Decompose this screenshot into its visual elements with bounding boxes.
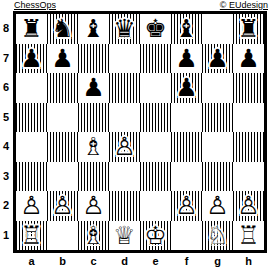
black-pawn-piece: ♟: [20, 44, 42, 73]
square-b1: [47, 221, 78, 251]
square-h2: ♙: [233, 191, 264, 221]
square-f3: [171, 162, 202, 192]
square-a8: ♜: [16, 14, 47, 44]
square-g7: ♟: [202, 44, 233, 74]
square-a4: [16, 132, 47, 162]
square-b6: [47, 73, 78, 103]
file-label-g: g: [202, 255, 233, 267]
square-d5: [109, 103, 140, 133]
chessops-title-link[interactable]: ChessOps: [14, 0, 56, 10]
white-knight-piece: ♘: [206, 221, 228, 250]
square-b2: ♙: [47, 191, 78, 221]
square-g6: [202, 73, 233, 103]
square-a2: ♙: [16, 191, 47, 221]
square-g2: ♙: [202, 191, 233, 221]
square-f8: ♝: [171, 14, 202, 44]
square-b5: [47, 103, 78, 133]
black-pawn-piece: ♟: [51, 44, 73, 73]
square-a1: ♖: [16, 221, 47, 251]
square-c7: [78, 44, 109, 74]
square-g8: [202, 14, 233, 44]
rank-label-4: 4: [0, 132, 12, 162]
rank-label-1: 1: [0, 221, 12, 251]
white-pawn-piece: ♙: [206, 191, 228, 220]
file-label-f: f: [171, 255, 202, 267]
white-rook-piece: ♖: [237, 221, 259, 250]
black-pawn-piece: ♟: [175, 44, 197, 73]
square-c2: ♙: [78, 191, 109, 221]
square-e8: ♚: [140, 14, 171, 44]
square-g4: [202, 132, 233, 162]
chessops-diagram: ChessOps © EUdesign ♜♞♝♛♚♝♜♟♟♟♟♟♟♟♗♙♙♙♙♙…: [0, 0, 270, 270]
square-a6: [16, 73, 47, 103]
file-label-a: a: [16, 255, 47, 267]
black-rook-piece: ♜: [20, 14, 42, 43]
square-h3: [233, 162, 264, 192]
square-e5: [140, 103, 171, 133]
black-knight-piece: ♞: [51, 14, 73, 43]
black-pawn-piece: ♟: [175, 73, 197, 102]
rank-label-2: 2: [0, 191, 12, 221]
file-label-d: d: [109, 255, 140, 267]
white-rook-piece: ♖: [20, 221, 42, 250]
square-g1: ♘: [202, 221, 233, 251]
rank-label-7: 7: [0, 44, 12, 74]
square-h5: [233, 103, 264, 133]
rank-label-6: 6: [0, 73, 12, 103]
white-bishop-piece: ♗: [82, 221, 104, 250]
square-e2: [140, 191, 171, 221]
square-g3: [202, 162, 233, 192]
square-g5: [202, 103, 233, 133]
black-queen-piece: ♛: [113, 14, 135, 43]
square-c8: ♝: [78, 14, 109, 44]
square-a5: [16, 103, 47, 133]
square-h8: ♜: [233, 14, 264, 44]
black-rook-piece: ♜: [237, 14, 259, 43]
square-c4: ♗: [78, 132, 109, 162]
file-label-h: h: [233, 255, 264, 267]
file-label-b: b: [47, 255, 78, 267]
black-pawn-piece: ♟: [206, 44, 228, 73]
square-f4: [171, 132, 202, 162]
rank-label-5: 5: [0, 103, 12, 133]
square-b4: [47, 132, 78, 162]
white-pawn-piece: ♙: [113, 132, 135, 161]
white-pawn-piece: ♙: [20, 191, 42, 220]
square-d1: ♕: [109, 221, 140, 251]
white-pawn-piece: ♙: [237, 191, 259, 220]
square-f5: [171, 103, 202, 133]
square-c5: [78, 103, 109, 133]
square-a3: [16, 162, 47, 192]
square-c6: ♟: [78, 73, 109, 103]
black-king-piece: ♚: [144, 14, 166, 43]
black-pawn-piece: ♟: [237, 44, 259, 73]
square-e4: [140, 132, 171, 162]
square-a7: ♟: [16, 44, 47, 74]
eudesign-credit-link[interactable]: © EUdesign: [220, 0, 268, 10]
white-king-piece: ♔: [144, 221, 166, 250]
square-f6: ♟: [171, 73, 202, 103]
square-f1: [171, 221, 202, 251]
white-bishop-piece: ♗: [82, 132, 104, 161]
white-pawn-piece: ♙: [175, 191, 197, 220]
square-h7: ♟: [233, 44, 264, 74]
square-d8: ♛: [109, 14, 140, 44]
square-h1: ♖: [233, 221, 264, 251]
white-pawn-piece: ♙: [82, 191, 104, 220]
file-label-c: c: [78, 255, 109, 267]
black-bishop-piece: ♝: [175, 14, 197, 43]
square-c1: ♗: [78, 221, 109, 251]
square-f2: ♙: [171, 191, 202, 221]
square-c3: [78, 162, 109, 192]
black-bishop-piece: ♝: [82, 14, 104, 43]
file-label-e: e: [140, 255, 171, 267]
square-f7: ♟: [171, 44, 202, 74]
square-d7: [109, 44, 140, 74]
square-e1: ♔: [140, 221, 171, 251]
white-queen-piece: ♕: [113, 221, 135, 250]
square-e7: [140, 44, 171, 74]
square-b7: ♟: [47, 44, 78, 74]
square-e6: [140, 73, 171, 103]
black-pawn-piece: ♟: [82, 73, 104, 102]
chess-board: ♜♞♝♛♚♝♜♟♟♟♟♟♟♟♗♙♙♙♙♙♙♙♖♗♕♔♘♖: [13, 11, 267, 253]
square-b3: [47, 162, 78, 192]
square-h4: [233, 132, 264, 162]
square-d4: ♙: [109, 132, 140, 162]
square-h6: [233, 73, 264, 103]
square-d3: [109, 162, 140, 192]
rank-label-8: 8: [0, 14, 12, 44]
rank-label-3: 3: [0, 162, 12, 192]
square-d6: [109, 73, 140, 103]
square-e3: [140, 162, 171, 192]
square-d2: [109, 191, 140, 221]
square-b8: ♞: [47, 14, 78, 44]
white-pawn-piece: ♙: [51, 191, 73, 220]
